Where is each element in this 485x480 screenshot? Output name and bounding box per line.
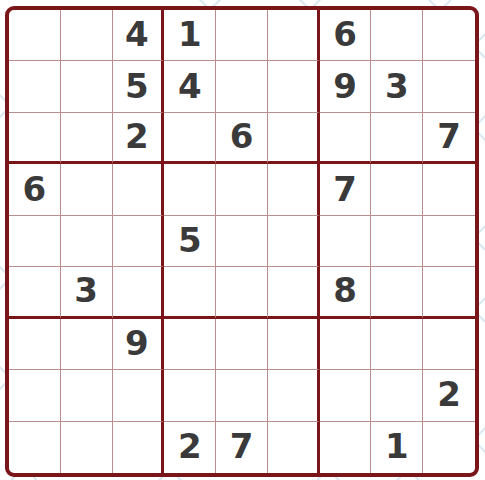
- cell-r2-c9[interactable]: [423, 61, 475, 112]
- cell-r3-c4[interactable]: [164, 113, 216, 164]
- cell-r5-c2[interactable]: [61, 216, 113, 267]
- cell-r1-c5[interactable]: [216, 10, 268, 61]
- cell-r3-c1[interactable]: [9, 113, 61, 164]
- cell-r4-c5[interactable]: [216, 164, 268, 215]
- cell-r1-c6[interactable]: [268, 10, 320, 61]
- cell-r2-c1[interactable]: [9, 61, 61, 112]
- cell-r9-c7[interactable]: [320, 422, 372, 473]
- cell-r9-c8[interactable]: 1: [371, 422, 423, 473]
- cell-r7-c9[interactable]: [423, 319, 475, 370]
- cell-r9-c3[interactable]: [113, 422, 165, 473]
- cell-r5-c9[interactable]: [423, 216, 475, 267]
- cell-r1-c3[interactable]: 4: [113, 10, 165, 61]
- sudoku-board: 41654932676753892271: [5, 6, 479, 477]
- cell-r1-c7[interactable]: 6: [320, 10, 372, 61]
- cell-r7-c3[interactable]: 9: [113, 319, 165, 370]
- cell-r6-c4[interactable]: [164, 267, 216, 318]
- cell-r2-c6[interactable]: [268, 61, 320, 112]
- cell-r2-c4[interactable]: 4: [164, 61, 216, 112]
- cell-r8-c2[interactable]: [61, 370, 113, 421]
- cell-r8-c9[interactable]: 2: [423, 370, 475, 421]
- cell-r5-c6[interactable]: [268, 216, 320, 267]
- cell-r3-c5[interactable]: 6: [216, 113, 268, 164]
- cell-r4-c2[interactable]: [61, 164, 113, 215]
- cell-r8-c6[interactable]: [268, 370, 320, 421]
- cell-r2-c7[interactable]: 9: [320, 61, 372, 112]
- cell-r1-c2[interactable]: [61, 10, 113, 61]
- cell-r8-c3[interactable]: [113, 370, 165, 421]
- cell-r3-c9[interactable]: 7: [423, 113, 475, 164]
- cell-r5-c8[interactable]: [371, 216, 423, 267]
- cell-r7-c2[interactable]: [61, 319, 113, 370]
- cell-r6-c6[interactable]: [268, 267, 320, 318]
- cell-r7-c8[interactable]: [371, 319, 423, 370]
- cell-r6-c7[interactable]: 8: [320, 267, 372, 318]
- cell-r2-c2[interactable]: [61, 61, 113, 112]
- cell-r9-c1[interactable]: [9, 422, 61, 473]
- cell-r6-c1[interactable]: [9, 267, 61, 318]
- cell-r6-c5[interactable]: [216, 267, 268, 318]
- cell-r9-c2[interactable]: [61, 422, 113, 473]
- cell-r3-c8[interactable]: [371, 113, 423, 164]
- cell-r9-c9[interactable]: [423, 422, 475, 473]
- cell-r4-c7[interactable]: 7: [320, 164, 372, 215]
- cell-r2-c8[interactable]: 3: [371, 61, 423, 112]
- cell-r6-c2[interactable]: 3: [61, 267, 113, 318]
- cell-r6-c8[interactable]: [371, 267, 423, 318]
- cell-r1-c8[interactable]: [371, 10, 423, 61]
- cell-r8-c7[interactable]: [320, 370, 372, 421]
- cell-r7-c4[interactable]: [164, 319, 216, 370]
- cell-r7-c7[interactable]: [320, 319, 372, 370]
- cell-r5-c3[interactable]: [113, 216, 165, 267]
- cell-r3-c6[interactable]: [268, 113, 320, 164]
- cell-r6-c3[interactable]: [113, 267, 165, 318]
- cell-r8-c4[interactable]: [164, 370, 216, 421]
- cell-r4-c9[interactable]: [423, 164, 475, 215]
- cell-r6-c9[interactable]: [423, 267, 475, 318]
- cell-r2-c5[interactable]: [216, 61, 268, 112]
- cell-r5-c4[interactable]: 5: [164, 216, 216, 267]
- cell-r1-c1[interactable]: [9, 10, 61, 61]
- cell-r4-c3[interactable]: [113, 164, 165, 215]
- cell-r8-c1[interactable]: [9, 370, 61, 421]
- cell-r1-c4[interactable]: 1: [164, 10, 216, 61]
- cell-r3-c2[interactable]: [61, 113, 113, 164]
- cell-r4-c4[interactable]: [164, 164, 216, 215]
- cell-r8-c5[interactable]: [216, 370, 268, 421]
- cell-r9-c4[interactable]: 2: [164, 422, 216, 473]
- cell-r4-c1[interactable]: 6: [9, 164, 61, 215]
- cell-r3-c7[interactable]: [320, 113, 372, 164]
- cell-r7-c1[interactable]: [9, 319, 61, 370]
- cell-r2-c3[interactable]: 5: [113, 61, 165, 112]
- cell-r4-c6[interactable]: [268, 164, 320, 215]
- cell-r5-c1[interactable]: [9, 216, 61, 267]
- cell-r5-c5[interactable]: [216, 216, 268, 267]
- cell-r3-c3[interactable]: 2: [113, 113, 165, 164]
- cell-r7-c6[interactable]: [268, 319, 320, 370]
- cell-r5-c7[interactable]: [320, 216, 372, 267]
- cell-r1-c9[interactable]: [423, 10, 475, 61]
- cell-r9-c5[interactable]: 7: [216, 422, 268, 473]
- cell-r9-c6[interactable]: [268, 422, 320, 473]
- cell-r8-c8[interactable]: [371, 370, 423, 421]
- cell-r7-c5[interactable]: [216, 319, 268, 370]
- cell-r4-c8[interactable]: [371, 164, 423, 215]
